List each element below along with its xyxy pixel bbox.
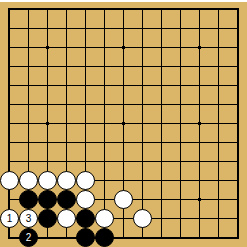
intersection [114, 95, 133, 114]
intersection [228, 228, 247, 247]
intersection [57, 133, 76, 152]
intersection [76, 152, 95, 171]
intersection [190, 152, 209, 171]
white-stone [0, 171, 19, 190]
intersection: 1 [0, 209, 19, 228]
intersection [19, 171, 38, 190]
intersection [114, 57, 133, 76]
intersection [133, 228, 152, 247]
intersection [95, 76, 114, 95]
intersection [209, 133, 228, 152]
intersection [95, 209, 114, 228]
intersection [228, 114, 247, 133]
intersection [0, 19, 19, 38]
intersection [76, 228, 95, 247]
intersection [95, 228, 114, 247]
intersection [209, 76, 228, 95]
intersection [38, 152, 57, 171]
intersection: 2 [19, 228, 38, 247]
intersection [57, 0, 76, 19]
white-stone [57, 171, 76, 190]
intersection [133, 19, 152, 38]
intersection [76, 209, 95, 228]
intersection [19, 190, 38, 209]
intersection [152, 171, 171, 190]
intersection [152, 0, 171, 19]
intersection [19, 133, 38, 152]
black-stone [38, 209, 57, 228]
intersection [152, 38, 171, 57]
intersection [228, 38, 247, 57]
intersection [38, 0, 57, 19]
white-stone [19, 171, 38, 190]
intersection [0, 171, 19, 190]
intersection [76, 38, 95, 57]
intersection [209, 171, 228, 190]
intersection [95, 152, 114, 171]
intersection [114, 190, 133, 209]
intersection [19, 0, 38, 19]
intersection [0, 0, 19, 19]
intersection [0, 228, 19, 247]
intersection [133, 152, 152, 171]
intersection [190, 114, 209, 133]
intersection [228, 95, 247, 114]
intersection [171, 171, 190, 190]
intersection [152, 133, 171, 152]
intersection [114, 0, 133, 19]
intersection [114, 209, 133, 228]
intersection [171, 190, 190, 209]
intersection [190, 76, 209, 95]
intersection [19, 95, 38, 114]
intersection [38, 114, 57, 133]
intersection [171, 19, 190, 38]
board-intersections: 132 [0, 0, 247, 247]
intersection [228, 171, 247, 190]
intersection [133, 38, 152, 57]
intersection [38, 19, 57, 38]
intersection [152, 209, 171, 228]
intersection [57, 171, 76, 190]
intersection [152, 114, 171, 133]
white-stone [76, 190, 95, 209]
intersection [133, 133, 152, 152]
intersection [114, 19, 133, 38]
intersection [228, 76, 247, 95]
intersection [228, 19, 247, 38]
intersection [190, 38, 209, 57]
intersection [95, 95, 114, 114]
intersection [57, 76, 76, 95]
white-stone-numbered: 1 [0, 209, 19, 228]
intersection [0, 57, 19, 76]
intersection [76, 0, 95, 19]
white-stone [57, 209, 76, 228]
intersection [76, 57, 95, 76]
intersection [152, 76, 171, 95]
intersection [209, 19, 228, 38]
intersection [228, 0, 247, 19]
intersection [76, 133, 95, 152]
intersection [0, 114, 19, 133]
intersection [171, 209, 190, 228]
intersection [171, 95, 190, 114]
intersection [190, 133, 209, 152]
intersection [76, 190, 95, 209]
intersection [190, 171, 209, 190]
go-diagram: 132 [0, 0, 247, 247]
intersection [95, 171, 114, 190]
intersection [76, 95, 95, 114]
intersection [209, 0, 228, 19]
intersection [133, 76, 152, 95]
intersection [171, 76, 190, 95]
intersection [57, 228, 76, 247]
white-stone [114, 190, 133, 209]
intersection [0, 152, 19, 171]
intersection [0, 190, 19, 209]
intersection [228, 152, 247, 171]
intersection [228, 57, 247, 76]
intersection [114, 228, 133, 247]
white-stone-numbered: 3 [19, 209, 38, 228]
intersection [38, 95, 57, 114]
intersection [57, 95, 76, 114]
intersection [57, 209, 76, 228]
intersection [95, 114, 114, 133]
intersection [38, 57, 57, 76]
intersection [228, 190, 247, 209]
intersection [57, 19, 76, 38]
intersection [95, 38, 114, 57]
intersection [38, 76, 57, 95]
intersection [38, 209, 57, 228]
intersection [228, 133, 247, 152]
intersection [152, 228, 171, 247]
intersection [114, 76, 133, 95]
intersection [57, 114, 76, 133]
intersection [190, 228, 209, 247]
white-stone [95, 209, 114, 228]
top-white-strip [0, 0, 247, 2]
intersection [38, 228, 57, 247]
intersection [190, 57, 209, 76]
intersection [171, 57, 190, 76]
intersection [171, 38, 190, 57]
intersection [133, 190, 152, 209]
intersection [95, 190, 114, 209]
intersection [76, 19, 95, 38]
intersection [171, 133, 190, 152]
intersection [209, 228, 228, 247]
intersection [57, 190, 76, 209]
black-stone [76, 228, 95, 247]
intersection [209, 57, 228, 76]
intersection [114, 38, 133, 57]
intersection [76, 171, 95, 190]
intersection [209, 114, 228, 133]
black-stone [95, 228, 114, 247]
intersection [209, 152, 228, 171]
intersection [133, 171, 152, 190]
intersection [38, 171, 57, 190]
intersection [19, 38, 38, 57]
black-stone [38, 190, 57, 209]
white-stone [38, 171, 57, 190]
intersection [57, 57, 76, 76]
intersection [133, 114, 152, 133]
intersection [95, 19, 114, 38]
intersection [152, 152, 171, 171]
intersection [133, 209, 152, 228]
intersection [133, 0, 152, 19]
intersection [133, 57, 152, 76]
intersection [114, 152, 133, 171]
intersection [19, 76, 38, 95]
intersection [19, 19, 38, 38]
intersection [38, 190, 57, 209]
intersection [95, 57, 114, 76]
intersection [57, 152, 76, 171]
intersection [190, 209, 209, 228]
intersection [0, 133, 19, 152]
intersection [171, 0, 190, 19]
intersection [133, 95, 152, 114]
black-stone-numbered: 2 [19, 228, 38, 247]
intersection [76, 114, 95, 133]
intersection [209, 95, 228, 114]
intersection: 3 [19, 209, 38, 228]
intersection [38, 38, 57, 57]
intersection [0, 95, 19, 114]
intersection [19, 152, 38, 171]
intersection [38, 133, 57, 152]
black-stone [57, 190, 76, 209]
intersection [95, 133, 114, 152]
intersection [114, 114, 133, 133]
intersection [209, 38, 228, 57]
intersection [19, 114, 38, 133]
intersection [190, 0, 209, 19]
intersection [190, 95, 209, 114]
black-stone [76, 209, 95, 228]
intersection [114, 133, 133, 152]
intersection [95, 0, 114, 19]
intersection [209, 190, 228, 209]
white-stone [133, 209, 152, 228]
intersection [152, 19, 171, 38]
white-stone [76, 171, 95, 190]
intersection [209, 209, 228, 228]
intersection [171, 228, 190, 247]
intersection [228, 209, 247, 228]
intersection [190, 190, 209, 209]
intersection [76, 76, 95, 95]
intersection [19, 57, 38, 76]
intersection [57, 38, 76, 57]
intersection [152, 190, 171, 209]
intersection [152, 57, 171, 76]
intersection [114, 171, 133, 190]
intersection [152, 95, 171, 114]
intersection [190, 19, 209, 38]
intersection [171, 152, 190, 171]
intersection [171, 114, 190, 133]
black-stone [19, 190, 38, 209]
intersection [0, 76, 19, 95]
intersection [0, 38, 19, 57]
